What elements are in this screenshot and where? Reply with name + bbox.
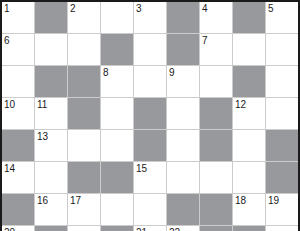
cell-r8c5[interactable]: 21 [134, 226, 166, 231]
cell-r4c2[interactable]: 11 [35, 98, 67, 129]
cell-r8c9[interactable] [266, 226, 298, 231]
cell-r3c4[interactable]: 8 [101, 66, 133, 97]
cell-r3c6[interactable]: 9 [167, 66, 199, 97]
cell-r3c7[interactable] [200, 66, 232, 97]
clue-number: 9 [169, 67, 175, 78]
cell-r6c1[interactable]: 14 [2, 162, 34, 193]
clue-number: 2 [70, 3, 76, 14]
cell-r2c3[interactable] [68, 34, 100, 65]
cell-r2c2[interactable] [35, 34, 67, 65]
clue-number: 16 [37, 195, 48, 206]
clue-number: 18 [235, 195, 246, 206]
cell-r8c6[interactable]: 22 [167, 226, 199, 231]
clue-number: 13 [37, 131, 48, 142]
cell-r1c9[interactable]: 5 [266, 2, 298, 33]
block-cell-r7c1 [2, 194, 34, 225]
block-cell-r3c8 [233, 66, 265, 97]
cell-r6c7[interactable] [200, 162, 232, 193]
cell-r6c6[interactable] [167, 162, 199, 193]
block-cell-r6c4 [101, 162, 133, 193]
cell-r4c9[interactable] [266, 98, 298, 129]
cell-r2c5[interactable] [134, 34, 166, 65]
clue-number: 21 [136, 227, 147, 231]
cell-r4c6[interactable] [167, 98, 199, 129]
cell-r5c8[interactable] [233, 130, 265, 161]
cell-r2c7[interactable]: 7 [200, 34, 232, 65]
block-cell-r4c7 [200, 98, 232, 129]
cell-r1c5[interactable]: 3 [134, 2, 166, 33]
block-cell-r7c7 [200, 194, 232, 225]
block-cell-r2c6 [167, 34, 199, 65]
cell-r4c1[interactable]: 10 [2, 98, 34, 129]
clue-number: 4 [202, 3, 208, 14]
block-cell-r1c2 [35, 2, 67, 33]
block-cell-r6c9 [266, 162, 298, 193]
block-cell-r1c6 [167, 2, 199, 33]
clue-number: 3 [136, 3, 142, 14]
block-cell-r5c9 [266, 130, 298, 161]
clue-number: 6 [4, 35, 10, 46]
block-cell-r8c8 [233, 226, 265, 231]
cell-r7c5[interactable] [134, 194, 166, 225]
cell-r7c3[interactable]: 17 [68, 194, 100, 225]
cell-r5c3[interactable] [68, 130, 100, 161]
crossword-board: 12345678910111213141516171819202122 [0, 0, 300, 231]
block-cell-r4c5 [134, 98, 166, 129]
clue-number: 20 [4, 227, 15, 231]
cell-r1c1[interactable]: 1 [2, 2, 34, 33]
clue-number: 12 [235, 99, 246, 110]
cell-r1c7[interactable]: 4 [200, 2, 232, 33]
block-cell-r1c8 [233, 2, 265, 33]
cell-r7c2[interactable]: 16 [35, 194, 67, 225]
cell-r1c4[interactable] [101, 2, 133, 33]
cell-r8c1[interactable]: 20 [2, 226, 34, 231]
cell-r6c8[interactable] [233, 162, 265, 193]
cell-r5c4[interactable] [101, 130, 133, 161]
block-cell-r5c1 [2, 130, 34, 161]
block-cell-r5c5 [134, 130, 166, 161]
cell-r2c9[interactable] [266, 34, 298, 65]
cell-r8c3[interactable] [68, 226, 100, 231]
clue-number: 1 [4, 3, 10, 14]
block-cell-r8c2 [35, 226, 67, 231]
cell-r7c8[interactable]: 18 [233, 194, 265, 225]
cell-r7c9[interactable]: 19 [266, 194, 298, 225]
clue-number: 8 [103, 67, 109, 78]
clue-number: 5 [268, 3, 274, 14]
clue-number: 7 [202, 35, 208, 46]
cell-r3c5[interactable] [134, 66, 166, 97]
block-cell-r2c4 [101, 34, 133, 65]
clue-number: 22 [169, 227, 180, 231]
block-cell-r3c2 [35, 66, 67, 97]
cell-r4c8[interactable]: 12 [233, 98, 265, 129]
block-cell-r7c6 [167, 194, 199, 225]
cell-r3c1[interactable] [2, 66, 34, 97]
cell-r7c4[interactable] [101, 194, 133, 225]
block-cell-r8c7 [200, 226, 232, 231]
clue-number: 14 [4, 163, 15, 174]
clue-number: 11 [37, 99, 47, 110]
clue-number: 19 [268, 195, 279, 206]
cell-r6c2[interactable] [35, 162, 67, 193]
cell-r2c1[interactable]: 6 [2, 34, 34, 65]
cell-r1c3[interactable]: 2 [68, 2, 100, 33]
block-cell-r8c4 [101, 226, 133, 231]
clue-number: 10 [4, 99, 15, 110]
block-cell-r3c3 [68, 66, 100, 97]
cell-r4c4[interactable] [101, 98, 133, 129]
cell-r6c5[interactable]: 15 [134, 162, 166, 193]
block-cell-r4c3 [68, 98, 100, 129]
clue-number: 15 [136, 163, 147, 174]
cell-r5c6[interactable] [167, 130, 199, 161]
crossword-grid: 12345678910111213141516171819202122 [2, 2, 298, 231]
cell-r3c9[interactable] [266, 66, 298, 97]
cell-r2c8[interactable] [233, 34, 265, 65]
clue-number: 17 [70, 195, 81, 206]
block-cell-r6c3 [68, 162, 100, 193]
block-cell-r5c7 [200, 130, 232, 161]
cell-r5c2[interactable]: 13 [35, 130, 67, 161]
